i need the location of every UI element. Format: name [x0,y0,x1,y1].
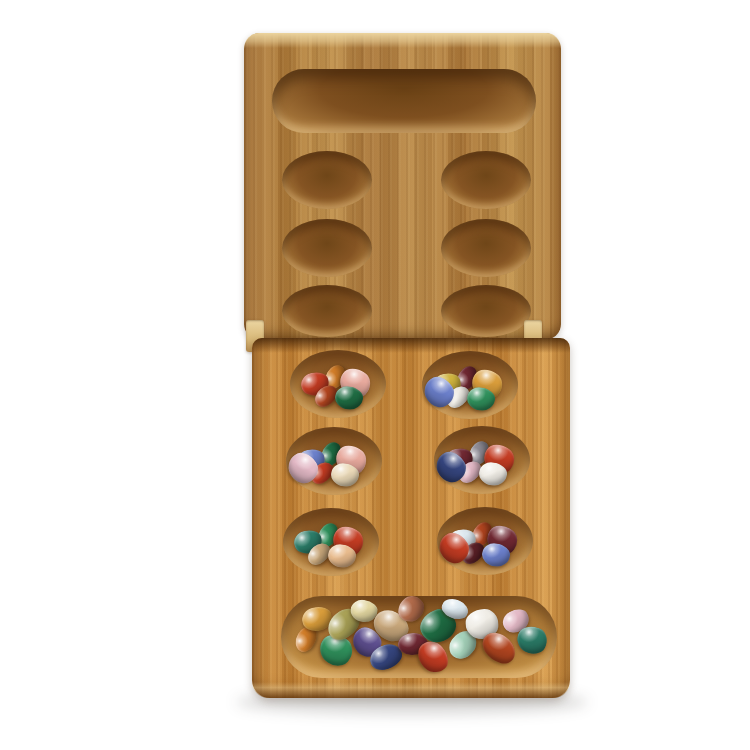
pit-bottom-3 [286,427,382,495]
board-top-panel [244,33,561,340]
pit-top-5 [282,285,372,337]
pit-top-2 [441,151,531,209]
pit-top-3 [282,219,372,277]
pit-bottom-5 [283,508,379,576]
pit-top-6 [441,285,531,337]
pit-top-4 [441,219,531,277]
mancala-store-top [272,69,536,133]
pit-bottom-6 [437,507,533,575]
pit-bottom-4 [434,426,530,494]
mancala-store-bottom [281,596,557,678]
board-bottom-panel [252,338,570,698]
pit-bottom-1 [290,350,386,418]
product-photo-stage: Folding bamboo mancala (Kalah) travel bo… [0,0,750,750]
pit-top-1 [282,151,372,209]
pit-bottom-2 [422,351,518,419]
photo-caption: Folding bamboo mancala (Kalah) travel bo… [0,0,1,1]
